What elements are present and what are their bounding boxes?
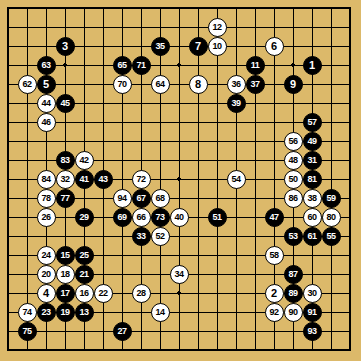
stone-W52: 52 xyxy=(151,227,170,246)
stone-B93: 93 xyxy=(303,322,322,341)
stone-B49: 49 xyxy=(303,132,322,151)
stone-B81: 81 xyxy=(303,170,322,189)
stone-B75: 75 xyxy=(18,322,37,341)
stone-B3: 3 xyxy=(56,37,75,56)
stone-W84: 84 xyxy=(37,170,56,189)
stone-B91: 91 xyxy=(303,303,322,322)
stone-W42: 42 xyxy=(75,151,94,170)
stone-W70: 70 xyxy=(113,75,132,94)
stone-B31: 31 xyxy=(303,151,322,170)
stone-W46: 46 xyxy=(37,113,56,132)
stone-B61: 61 xyxy=(303,227,322,246)
stone-W16: 16 xyxy=(75,284,94,303)
stone-B21: 21 xyxy=(75,265,94,284)
stone-W92: 92 xyxy=(265,303,284,322)
stone-B71: 71 xyxy=(132,56,151,75)
stone-B83: 83 xyxy=(56,151,75,170)
stone-W36: 36 xyxy=(227,75,246,94)
stone-W44: 44 xyxy=(37,94,56,113)
stone-B47: 47 xyxy=(265,208,284,227)
stone-B53: 53 xyxy=(284,227,303,246)
stone-W80: 80 xyxy=(322,208,341,227)
stone-W72: 72 xyxy=(132,170,151,189)
stone-B59: 59 xyxy=(322,189,341,208)
stone-W56: 56 xyxy=(284,132,303,151)
stone-W26: 26 xyxy=(37,208,56,227)
go-board[interactable]: 1234567891011121314151617181920212223242… xyxy=(0,0,361,361)
stone-W4: 4 xyxy=(37,284,56,303)
stone-B77: 77 xyxy=(56,189,75,208)
stone-W90: 90 xyxy=(284,303,303,322)
stone-W40: 40 xyxy=(170,208,189,227)
stone-W6: 6 xyxy=(265,37,284,56)
stone-W10: 10 xyxy=(208,37,227,56)
stone-B43: 43 xyxy=(94,170,113,189)
stone-W62: 62 xyxy=(18,75,37,94)
stone-W94: 94 xyxy=(113,189,132,208)
stone-B57: 57 xyxy=(303,113,322,132)
stone-B89: 89 xyxy=(284,284,303,303)
stone-B9: 9 xyxy=(284,75,303,94)
stone-B69: 69 xyxy=(113,208,132,227)
stone-B55: 55 xyxy=(322,227,341,246)
stone-B51: 51 xyxy=(208,208,227,227)
stone-B25: 25 xyxy=(75,246,94,265)
stone-B63: 63 xyxy=(37,56,56,75)
stone-B19: 19 xyxy=(56,303,75,322)
stones-layer: 1234567891011121314151617181920212223242… xyxy=(0,0,360,360)
stone-W48: 48 xyxy=(284,151,303,170)
stone-B7: 7 xyxy=(189,37,208,56)
stone-B23: 23 xyxy=(37,303,56,322)
stone-W60: 60 xyxy=(303,208,322,227)
stone-W32: 32 xyxy=(56,170,75,189)
stone-W58: 58 xyxy=(265,246,284,265)
stone-W12: 12 xyxy=(208,18,227,37)
stone-W34: 34 xyxy=(170,265,189,284)
stone-B87: 87 xyxy=(284,265,303,284)
stone-W66: 66 xyxy=(132,208,151,227)
stone-W50: 50 xyxy=(284,170,303,189)
stone-B35: 35 xyxy=(151,37,170,56)
stone-B41: 41 xyxy=(75,170,94,189)
stone-B1: 1 xyxy=(303,56,322,75)
stone-B15: 15 xyxy=(56,246,75,265)
stone-B33: 33 xyxy=(132,227,151,246)
stone-W64: 64 xyxy=(151,75,170,94)
stone-B67: 67 xyxy=(132,189,151,208)
stone-W22: 22 xyxy=(94,284,113,303)
stone-B29: 29 xyxy=(75,208,94,227)
stone-W74: 74 xyxy=(18,303,37,322)
stone-B65: 65 xyxy=(113,56,132,75)
stone-B45: 45 xyxy=(56,94,75,113)
stone-W14: 14 xyxy=(151,303,170,322)
stone-W8: 8 xyxy=(189,75,208,94)
stone-W78: 78 xyxy=(37,189,56,208)
stone-B39: 39 xyxy=(227,94,246,113)
stone-B73: 73 xyxy=(151,208,170,227)
stone-B17: 17 xyxy=(56,284,75,303)
stone-W28: 28 xyxy=(132,284,151,303)
stone-B11: 11 xyxy=(246,56,265,75)
stone-W86: 86 xyxy=(284,189,303,208)
stone-B5: 5 xyxy=(37,75,56,94)
stone-B37: 37 xyxy=(246,75,265,94)
stone-W24: 24 xyxy=(37,246,56,265)
stone-W54: 54 xyxy=(227,170,246,189)
stone-W68: 68 xyxy=(151,189,170,208)
stone-W20: 20 xyxy=(37,265,56,284)
stone-B13: 13 xyxy=(75,303,94,322)
stone-B27: 27 xyxy=(113,322,132,341)
stone-W2: 2 xyxy=(265,284,284,303)
stone-W38: 38 xyxy=(303,189,322,208)
stone-W18: 18 xyxy=(56,265,75,284)
stone-W30: 30 xyxy=(303,284,322,303)
